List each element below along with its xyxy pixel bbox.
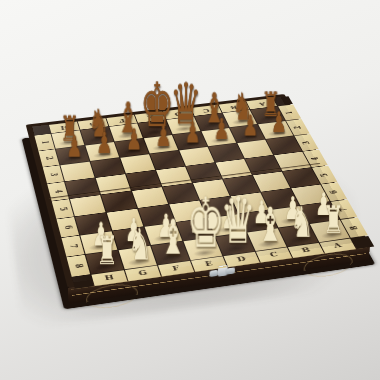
- piece-white-knight[interactable]: ♞: [290, 202, 314, 242]
- coordinate-text: 3: [301, 140, 311, 144]
- rank-label-right-8: 8: [341, 217, 368, 237]
- piece-black-pawn[interactable]: ♟: [96, 130, 112, 158]
- piece-black-pawn[interactable]: ♟: [242, 112, 258, 139]
- piece-black-pawn[interactable]: ♟: [155, 123, 171, 151]
- piece-white-rook[interactable]: ♜: [323, 202, 344, 238]
- piece-black-pawn[interactable]: ♟: [126, 126, 142, 154]
- square-d3[interactable]: [179, 147, 214, 166]
- square-h8[interactable]: ♜: [86, 250, 124, 274]
- coordinate-text: 5: [319, 172, 329, 176]
- piece-white-bishop[interactable]: ♝: [257, 202, 283, 247]
- piece-black-pawn[interactable]: ♟: [271, 109, 287, 136]
- chess-set-photo: HGFEDCBA1♜♞♝♚♛♝♞♜12♟♟♟♟♟♟♟♟2334455667♟♟♟…: [0, 0, 380, 380]
- piece-white-bishop[interactable]: ♝: [160, 215, 187, 260]
- square-g5[interactable]: [101, 191, 137, 212]
- square-b5[interactable]: [253, 172, 290, 192]
- rank-label-6: 6: [57, 217, 80, 237]
- square-a5[interactable]: [283, 168, 320, 188]
- coordinate-text: 1: [40, 140, 49, 144]
- rank-label-7: 7: [61, 236, 84, 257]
- piece-black-pawn[interactable]: ♟: [185, 119, 201, 146]
- chess-board-box: HGFEDCBA1♜♞♝♚♛♝♞♜12♟♟♟♟♟♟♟♟2334455667♟♟♟…: [26, 94, 370, 288]
- square-g8[interactable]: ♞: [119, 246, 157, 270]
- rank-label-right-5: 5: [312, 166, 337, 184]
- coordinate-text: 2: [44, 156, 54, 160]
- clasp-wing: [226, 267, 235, 274]
- piece-white-king[interactable]: ♚: [187, 190, 225, 256]
- coordinate-text: 6: [63, 225, 73, 230]
- coordinate-text: 8: [349, 225, 360, 230]
- square-a8[interactable]: ♜: [310, 220, 350, 242]
- coordinate-text: 2: [293, 125, 303, 129]
- scene: HGFEDCBA1♜♞♝♚♛♝♞♜12♟♟♟♟♟♟♟♟2334455667♟♟♟…: [0, 0, 380, 380]
- coordinate-text: 3: [48, 172, 58, 176]
- board-surface: HGFEDCBA1♜♞♝♚♛♝♞♜12♟♟♟♟♟♟♟♟2334455667♟♟♟…: [32, 97, 362, 283]
- coordinate-text: 8: [73, 263, 84, 268]
- coordinate-text: 4: [310, 156, 320, 160]
- square-h2[interactable]: ♟: [56, 146, 90, 165]
- piece-white-queen[interactable]: ♛: [220, 190, 256, 251]
- piece-white-knight[interactable]: ♞: [128, 224, 152, 265]
- square-f3[interactable]: [120, 154, 155, 173]
- coordinate-text: 7: [68, 243, 79, 248]
- piece-white-rook[interactable]: ♜: [96, 232, 118, 269]
- square-f5[interactable]: [132, 187, 168, 208]
- piece-black-pawn[interactable]: ♟: [66, 133, 82, 161]
- coordinate-text: 5: [58, 206, 68, 211]
- square-h5[interactable]: [70, 195, 106, 216]
- square-d2[interactable]: ♟: [173, 131, 207, 149]
- coordinate-text: 4: [53, 189, 63, 194]
- piece-black-pawn[interactable]: ♟: [214, 116, 230, 143]
